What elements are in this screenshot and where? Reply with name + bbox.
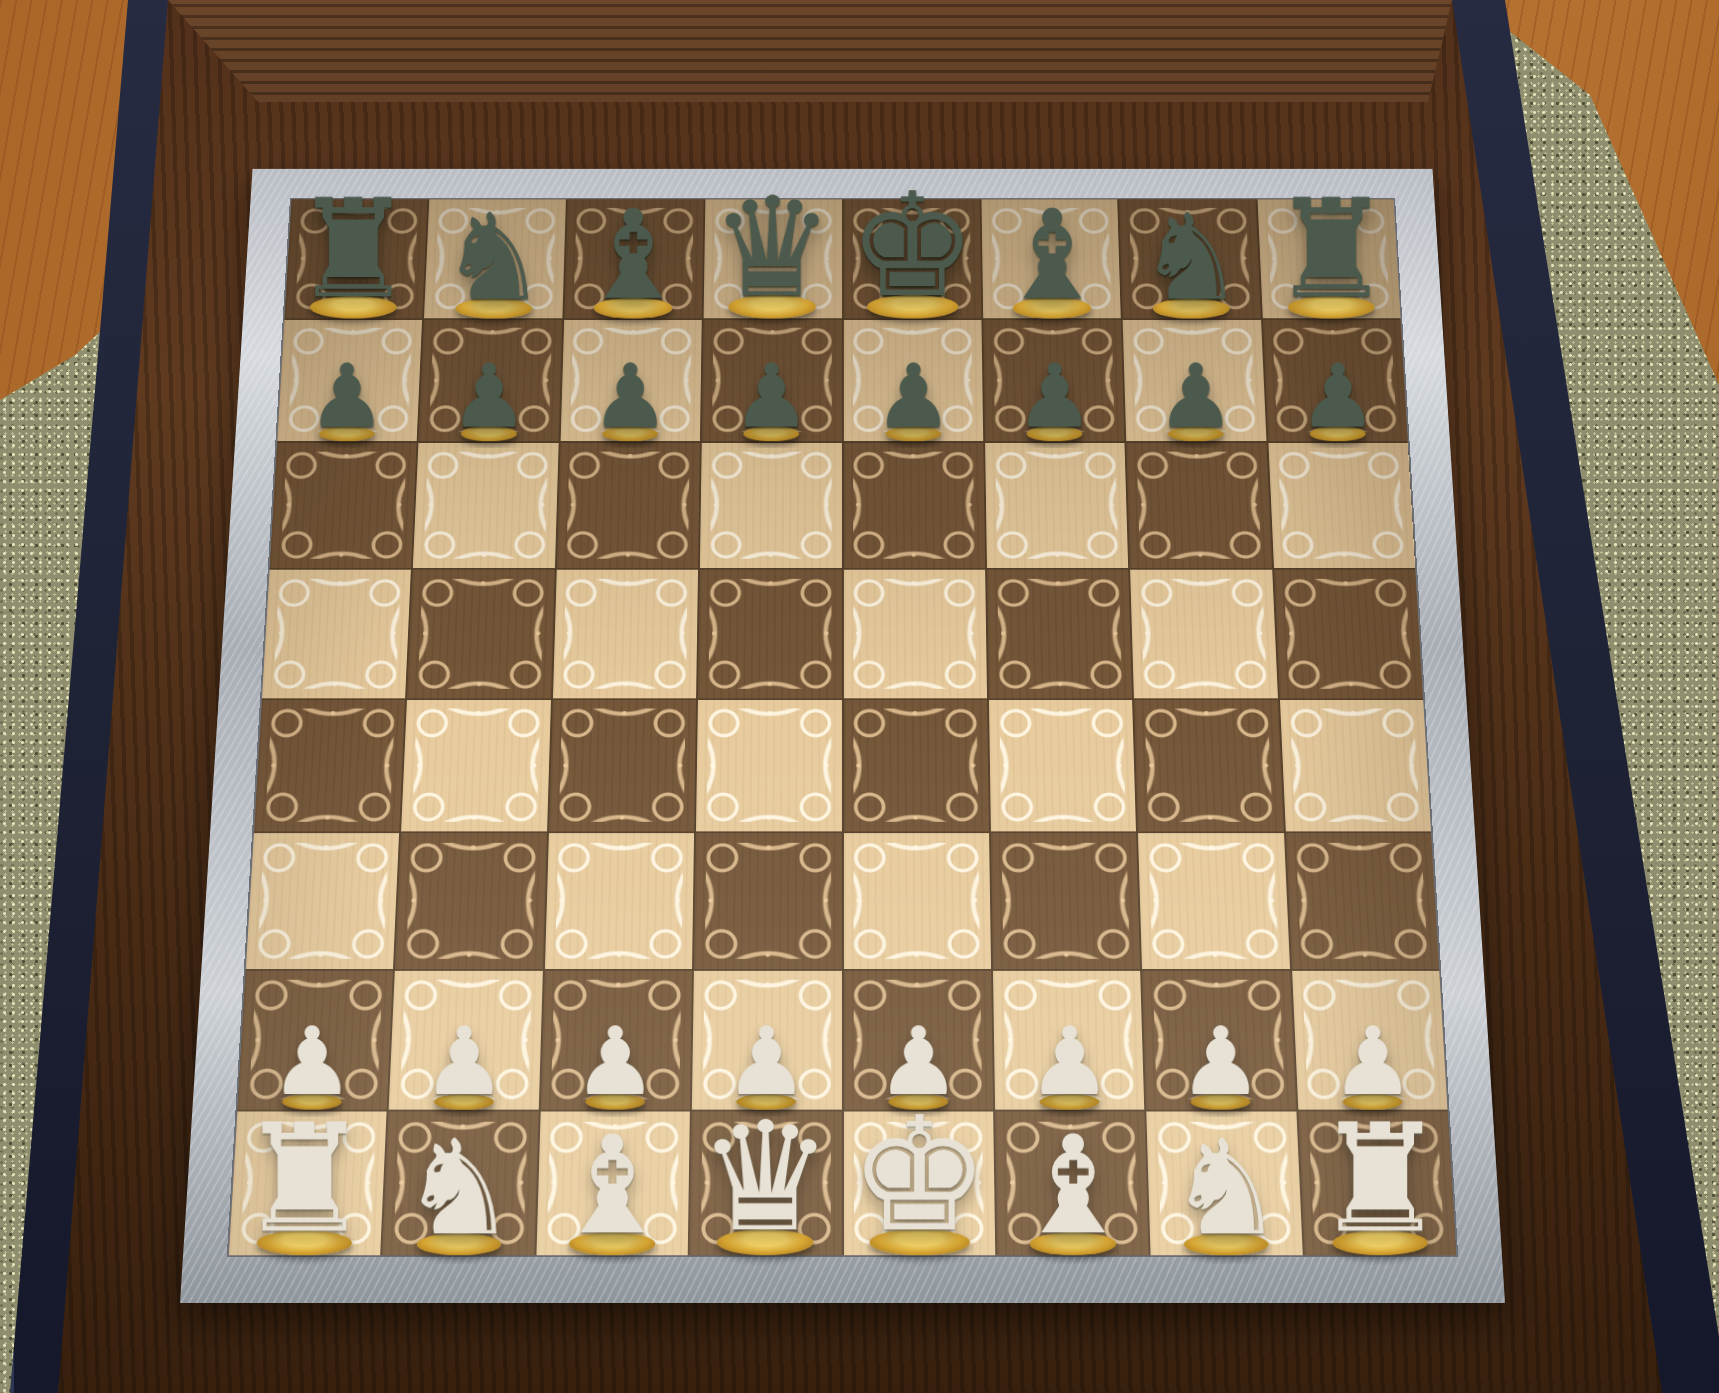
square-a7[interactable]: ♟ [277, 320, 422, 442]
white-pawn[interactable]: ♟ [1179, 1014, 1263, 1108]
chess-app-scene: ♜♞♝♛♚♝♞♜♟♟♟♟♟♟♟♟♟♟♟♟♟♟♟♟♜♞♝♛♚♝♞♜ [0, 0, 1719, 1393]
chess-board[interactable]: ♜♞♝♛♚♝♞♜♟♟♟♟♟♟♟♟♟♟♟♟♟♟♟♟♜♞♝♛♚♝♞♜ [227, 198, 1459, 1257]
black-bishop[interactable]: ♝ [578, 194, 688, 317]
square-h3[interactable] [1286, 833, 1440, 969]
black-pawn[interactable]: ♟ [591, 352, 670, 440]
square-a5[interactable] [262, 570, 411, 698]
square-e1[interactable]: ♚ [843, 1112, 995, 1255]
black-pawn[interactable]: ♟ [732, 352, 811, 440]
white-pawn[interactable]: ♟ [1027, 1014, 1111, 1108]
square-e7[interactable]: ♟ [843, 320, 983, 442]
white-knight[interactable]: ♞ [1168, 1122, 1286, 1253]
square-h4[interactable] [1280, 700, 1431, 832]
square-a3[interactable] [246, 833, 400, 969]
black-pawn[interactable]: ♟ [1157, 352, 1236, 440]
black-knight[interactable]: ♞ [440, 197, 547, 316]
square-f3[interactable] [991, 833, 1140, 969]
square-e6[interactable] [843, 443, 985, 568]
white-knight[interactable]: ♞ [400, 1122, 518, 1253]
square-f8[interactable]: ♝ [981, 199, 1121, 318]
square-g1[interactable]: ♞ [1147, 1112, 1303, 1255]
square-e5[interactable] [843, 570, 986, 698]
square-d4[interactable] [696, 700, 841, 832]
square-b7[interactable]: ♟ [419, 320, 562, 442]
square-g7[interactable]: ♟ [1123, 320, 1266, 442]
square-d8[interactable]: ♛ [704, 199, 842, 318]
square-d3[interactable] [694, 833, 841, 969]
square-d6[interactable] [700, 443, 842, 568]
black-pawn[interactable]: ♟ [308, 352, 387, 440]
square-c2[interactable]: ♟ [540, 971, 692, 1110]
square-h5[interactable] [1274, 570, 1423, 698]
white-rook[interactable]: ♜ [238, 1104, 372, 1253]
square-b8[interactable]: ♞ [424, 199, 565, 318]
square-g5[interactable] [1130, 570, 1277, 698]
square-g2[interactable]: ♟ [1142, 971, 1296, 1110]
square-h6[interactable] [1268, 443, 1415, 568]
square-f4[interactable] [989, 700, 1136, 832]
square-f2[interactable]: ♟ [993, 971, 1145, 1110]
black-rook[interactable]: ♜ [1271, 181, 1393, 317]
square-c3[interactable] [545, 833, 694, 969]
black-bishop[interactable]: ♝ [997, 194, 1107, 317]
square-b1[interactable]: ♞ [383, 1112, 539, 1255]
square-d5[interactable] [698, 570, 841, 698]
square-c1[interactable]: ♝ [536, 1112, 690, 1255]
black-rook[interactable]: ♜ [293, 181, 415, 317]
square-h8[interactable]: ♜ [1257, 199, 1400, 318]
square-b5[interactable] [407, 570, 554, 698]
square-h1[interactable]: ♜ [1298, 1112, 1456, 1255]
square-g4[interactable] [1134, 700, 1283, 832]
square-a6[interactable] [270, 443, 417, 568]
square-h2[interactable]: ♟ [1292, 971, 1448, 1110]
square-e4[interactable] [843, 700, 988, 832]
square-e3[interactable] [843, 833, 990, 969]
square-c6[interactable] [557, 443, 700, 568]
square-a2[interactable]: ♟ [237, 971, 393, 1110]
black-pawn[interactable]: ♟ [449, 352, 528, 440]
square-c7[interactable]: ♟ [560, 320, 702, 442]
white-rook[interactable]: ♜ [1313, 1104, 1447, 1253]
black-pawn[interactable]: ♟ [874, 352, 953, 440]
square-f5[interactable] [987, 570, 1132, 698]
white-pawn[interactable]: ♟ [422, 1014, 506, 1108]
square-d1[interactable]: ♛ [690, 1112, 842, 1255]
square-d7[interactable]: ♟ [702, 320, 842, 442]
square-g6[interactable] [1127, 443, 1272, 568]
square-f6[interactable] [985, 443, 1128, 568]
square-f1[interactable]: ♝ [995, 1112, 1149, 1255]
white-king[interactable]: ♚ [849, 1096, 990, 1253]
square-f7[interactable]: ♟ [983, 320, 1125, 442]
black-pawn[interactable]: ♟ [1015, 352, 1094, 440]
square-g3[interactable] [1138, 833, 1290, 969]
square-b4[interactable] [401, 700, 550, 832]
square-g8[interactable]: ♞ [1119, 199, 1260, 318]
black-knight[interactable]: ♞ [1138, 197, 1245, 316]
square-b2[interactable]: ♟ [389, 971, 543, 1110]
square-a4[interactable] [254, 700, 405, 832]
board-3d-wrapper: ♜♞♝♛♚♝♞♜♟♟♟♟♟♟♟♟♟♟♟♟♟♟♟♟♜♞♝♛♚♝♞♜ [180, 169, 1505, 1303]
square-c5[interactable] [553, 570, 698, 698]
black-pawn[interactable]: ♟ [1298, 352, 1377, 440]
square-a1[interactable]: ♜ [229, 1112, 387, 1255]
square-b6[interactable] [413, 443, 558, 568]
white-bishop[interactable]: ♝ [551, 1118, 672, 1253]
square-c8[interactable]: ♝ [564, 199, 704, 318]
silver-border: ♜♞♝♛♚♝♞♜♟♟♟♟♟♟♟♟♟♟♟♟♟♟♟♟♜♞♝♛♚♝♞♜ [180, 169, 1505, 1303]
white-queen[interactable]: ♛ [698, 1102, 834, 1253]
white-bishop[interactable]: ♝ [1012, 1118, 1133, 1253]
black-queen[interactable]: ♛ [711, 179, 834, 317]
square-a8[interactable]: ♜ [285, 199, 428, 318]
square-h7[interactable]: ♟ [1263, 320, 1408, 442]
square-c4[interactable] [549, 700, 696, 832]
black-king[interactable]: ♚ [848, 174, 976, 317]
square-b3[interactable] [395, 833, 547, 969]
white-pawn[interactable]: ♟ [573, 1014, 657, 1108]
square-e8[interactable]: ♚ [843, 199, 981, 318]
